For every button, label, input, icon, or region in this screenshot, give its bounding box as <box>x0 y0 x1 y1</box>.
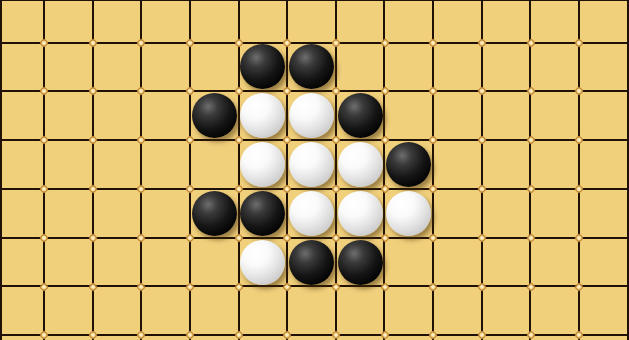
board-cell[interactable] <box>94 1 143 44</box>
black-stone <box>192 93 237 138</box>
board-cell[interactable] <box>483 92 532 141</box>
board-cell[interactable] <box>2 44 45 93</box>
board-cell[interactable] <box>337 336 386 340</box>
board-cell[interactable] <box>483 141 532 190</box>
board-cell[interactable] <box>580 92 629 141</box>
board-cell[interactable] <box>434 336 483 340</box>
board-grid <box>2 1 629 340</box>
board-cell[interactable] <box>434 44 483 93</box>
board-cell[interactable] <box>337 44 386 93</box>
board-cell[interactable] <box>580 190 629 239</box>
board-cell[interactable] <box>288 190 337 239</box>
board-cell[interactable] <box>288 336 337 340</box>
black-stone <box>240 191 285 236</box>
board-cell[interactable] <box>240 287 289 336</box>
board-cell[interactable] <box>288 92 337 141</box>
board-cell[interactable] <box>142 239 191 288</box>
board-cell[interactable] <box>385 141 434 190</box>
black-stone <box>338 240 383 285</box>
white-stone <box>289 191 334 236</box>
black-stone <box>192 191 237 236</box>
board-cell[interactable] <box>94 141 143 190</box>
board-cell[interactable] <box>2 1 45 44</box>
board-cell[interactable] <box>483 190 532 239</box>
white-stone <box>240 142 285 187</box>
board-cell[interactable] <box>483 1 532 44</box>
board-cell[interactable] <box>240 336 289 340</box>
board-cell[interactable] <box>94 44 143 93</box>
board-cell[interactable] <box>580 239 629 288</box>
board-cell[interactable] <box>288 239 337 288</box>
board-cell[interactable] <box>2 92 45 141</box>
board-cell[interactable] <box>94 239 143 288</box>
white-stone <box>289 93 334 138</box>
board-cell[interactable] <box>580 1 629 44</box>
board-cell[interactable] <box>337 141 386 190</box>
board-cell[interactable] <box>531 44 580 93</box>
board-cell[interactable] <box>288 141 337 190</box>
board-cell[interactable] <box>45 190 94 239</box>
board-cell[interactable] <box>240 239 289 288</box>
board-cell[interactable] <box>483 44 532 93</box>
board-cell[interactable] <box>94 92 143 141</box>
board-cell[interactable] <box>434 239 483 288</box>
black-stone <box>289 44 334 89</box>
board-cell[interactable] <box>45 1 94 44</box>
board-cell[interactable] <box>94 190 143 239</box>
white-stone <box>289 142 334 187</box>
board-cell[interactable] <box>288 287 337 336</box>
board-cell[interactable] <box>531 1 580 44</box>
white-stone <box>338 191 383 236</box>
board-cell[interactable] <box>531 336 580 340</box>
board-cell[interactable] <box>288 44 337 93</box>
board-cell[interactable] <box>191 92 240 141</box>
board-cell[interactable] <box>94 336 143 340</box>
board-cell[interactable] <box>142 190 191 239</box>
board-cell[interactable] <box>191 1 240 44</box>
board-cell[interactable] <box>2 190 45 239</box>
board-cell[interactable] <box>142 336 191 340</box>
board-cell[interactable] <box>191 336 240 340</box>
board-cell[interactable] <box>2 336 45 340</box>
board-cell[interactable] <box>45 92 94 141</box>
board-cell[interactable] <box>191 287 240 336</box>
board-cell[interactable] <box>531 190 580 239</box>
board-cell[interactable] <box>337 190 386 239</box>
board-cell[interactable] <box>385 44 434 93</box>
board-cell[interactable] <box>191 141 240 190</box>
board-cell[interactable] <box>191 239 240 288</box>
board-cell[interactable] <box>434 287 483 336</box>
board-cell[interactable] <box>434 1 483 44</box>
board-cell[interactable] <box>288 1 337 44</box>
board-cell[interactable] <box>434 190 483 239</box>
black-stone <box>240 44 285 89</box>
board-cell[interactable] <box>191 190 240 239</box>
black-stone <box>338 93 383 138</box>
board-cell[interactable] <box>385 190 434 239</box>
board-cell[interactable] <box>240 190 289 239</box>
board-cell[interactable] <box>2 287 45 336</box>
white-stone <box>386 191 431 236</box>
board-cell[interactable] <box>337 92 386 141</box>
board-cell[interactable] <box>531 287 580 336</box>
board-cell[interactable] <box>191 44 240 93</box>
board-cell[interactable] <box>45 336 94 340</box>
board-cell[interactable] <box>240 44 289 93</box>
board-cell[interactable] <box>385 336 434 340</box>
board-cell[interactable] <box>531 92 580 141</box>
board-cell[interactable] <box>45 287 94 336</box>
board-cell[interactable] <box>580 44 629 93</box>
game-board <box>0 0 629 340</box>
board-cell[interactable] <box>531 141 580 190</box>
board-cell[interactable] <box>385 287 434 336</box>
board-cell[interactable] <box>45 141 94 190</box>
board-cell[interactable] <box>434 141 483 190</box>
board-cell[interactable] <box>385 239 434 288</box>
board-cell[interactable] <box>240 1 289 44</box>
board-cell[interactable] <box>45 44 94 93</box>
board-cell[interactable] <box>337 239 386 288</box>
white-stone <box>338 142 383 187</box>
white-stone <box>240 240 285 285</box>
board-cell[interactable] <box>483 287 532 336</box>
board-cell[interactable] <box>337 1 386 44</box>
board-cell[interactable] <box>483 336 532 340</box>
board-cell[interactable] <box>434 92 483 141</box>
board-cell[interactable] <box>337 287 386 336</box>
board-cell[interactable] <box>580 141 629 190</box>
white-stone <box>240 93 285 138</box>
board-cell[interactable] <box>385 1 434 44</box>
board-cell[interactable] <box>240 141 289 190</box>
board-cell[interactable] <box>142 44 191 93</box>
black-stone <box>386 142 431 187</box>
board-cell[interactable] <box>45 239 94 288</box>
board-cell[interactable] <box>240 92 289 141</box>
board-cell[interactable] <box>142 141 191 190</box>
board-cell[interactable] <box>580 336 629 340</box>
board-cell[interactable] <box>142 1 191 44</box>
board-cell[interactable] <box>94 287 143 336</box>
board-cell[interactable] <box>483 239 532 288</box>
board-cell[interactable] <box>142 92 191 141</box>
board-cell[interactable] <box>2 141 45 190</box>
board-cell[interactable] <box>580 287 629 336</box>
black-stone <box>289 240 334 285</box>
board-cell[interactable] <box>2 239 45 288</box>
board-cell[interactable] <box>385 92 434 141</box>
board-cell[interactable] <box>531 239 580 288</box>
board-cell[interactable] <box>142 287 191 336</box>
